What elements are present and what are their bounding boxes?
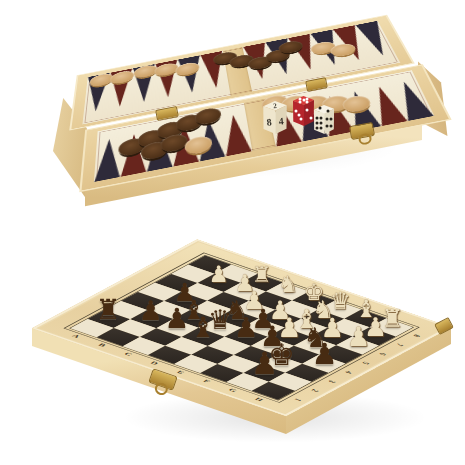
product-photo: 842 ABCDEFGH12345678 ♜♟♟♟♝♝♛♞♟♟♟♟♚♞♟♟♟♜♟… (0, 0, 465, 465)
die-pip (306, 100, 309, 103)
rank-label-7: 7 (394, 343, 405, 347)
navy-point (132, 64, 156, 106)
white-die (312, 105, 336, 134)
maroon-point (171, 121, 199, 167)
file-label-d: D (149, 361, 160, 366)
rank-label-8: 8 (411, 334, 422, 338)
navy-point (196, 116, 226, 162)
doubling-cube-number: 4 (278, 115, 284, 126)
die-pip (329, 125, 332, 128)
doubling-cube-top-number: 2 (273, 101, 277, 109)
die-pip (305, 109, 308, 112)
file-label-g: G (227, 388, 239, 393)
navy-point (83, 73, 110, 116)
brass-clasp-backgammon (349, 122, 375, 140)
file-label-h: H (253, 397, 265, 402)
die-pip (316, 117, 319, 120)
navy-point (94, 135, 122, 182)
die-pip (300, 118, 303, 121)
die-pip (298, 100, 301, 103)
maroon-point (155, 60, 180, 101)
file-label-b: B (97, 343, 108, 348)
navy-point (355, 21, 396, 59)
die-pip (320, 117, 323, 120)
navy-point (178, 55, 205, 96)
file-label-e: E (175, 370, 186, 375)
navy-point (146, 125, 173, 171)
die-pip (320, 122, 323, 125)
die-pip (316, 127, 319, 130)
rank-label-4: 4 (343, 370, 354, 374)
maroon-point (120, 130, 146, 177)
die-pip (320, 127, 323, 130)
die-pip (329, 117, 332, 120)
die-pip (302, 99, 305, 102)
rank-label-5: 5 (360, 361, 371, 365)
rank-label-3: 3 (326, 379, 337, 383)
chess-board: ABCDEFGH12345678 (32, 239, 452, 416)
die-pip (316, 122, 319, 125)
doubling-cube-die: 842 (261, 101, 289, 134)
file-label-c: C (123, 352, 134, 357)
file-label-a: A (70, 334, 81, 339)
rank-label-1: 1 (292, 398, 303, 402)
file-label-f: F (201, 379, 211, 384)
die-pip (297, 113, 300, 116)
maroon-point (108, 68, 133, 110)
die-pip (294, 109, 297, 112)
rank-label-2: 2 (309, 388, 320, 392)
rank-label-6: 6 (377, 352, 388, 356)
die-pip (327, 109, 330, 112)
die-pip (318, 106, 321, 109)
